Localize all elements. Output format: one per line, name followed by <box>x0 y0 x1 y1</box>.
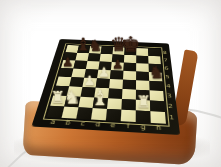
square-g2: ♜ <box>136 100 151 112</box>
file-label-h: h <box>151 124 167 133</box>
square-f5 <box>123 71 136 80</box>
file-label-c: c <box>74 120 90 129</box>
square-c1 <box>76 107 92 119</box>
dark-knight-piece: ♞ <box>88 38 102 53</box>
board-scene: ♝♞♛♚♟♟♟♞♟♜♞♝♜ abcdefgh 87654321 <box>47 16 173 142</box>
square-e6: ♟ <box>111 62 124 71</box>
square-g6 <box>136 63 149 72</box>
square-f1 <box>121 110 136 122</box>
rank-label-2: 2 <box>165 101 176 112</box>
file-label-d: d <box>90 120 106 129</box>
square-f8: ♚ <box>124 48 136 56</box>
square-f2 <box>121 99 136 110</box>
square-g4 <box>136 80 150 90</box>
square-e4 <box>109 79 123 89</box>
board-grid: ♝♞♛♚♟♟♟♞♟♜♞♝♜ <box>47 45 166 124</box>
square-h2 <box>150 100 165 112</box>
light-bishop-piece: ♝ <box>90 87 109 108</box>
light-knight-piece: ♞ <box>63 88 80 107</box>
square-g1 <box>136 110 151 122</box>
file-label-g: g <box>136 123 152 132</box>
square-b2: ♞ <box>64 96 80 107</box>
dark-pawn-piece: ♟ <box>112 58 123 71</box>
file-label-f: f <box>120 122 135 131</box>
square-d5: ♟ <box>97 70 111 79</box>
rank-label-4: 4 <box>163 82 173 92</box>
light-rook-piece: ♜ <box>136 94 151 111</box>
square-h1 <box>150 111 166 123</box>
square-a6: ♟ <box>61 60 75 69</box>
dark-king-piece: ♚ <box>121 34 140 55</box>
square-d2: ♝ <box>93 98 108 109</box>
square-e1 <box>106 109 122 121</box>
dark-pawn-piece: ♟ <box>62 56 73 69</box>
square-f3 <box>122 89 136 100</box>
light-pawn-piece: ♟ <box>98 66 110 79</box>
square-c8: ♞ <box>89 46 102 54</box>
rank-label-1: 1 <box>166 112 178 124</box>
rank-label-3: 3 <box>164 91 175 102</box>
square-h4 <box>149 81 163 91</box>
chess-set-photo: ♝♞♛♚♟♟♟♞♟♜♞♝♜ abcdefgh 87654321 <box>0 0 221 167</box>
dark-knight-piece: ♞ <box>148 64 163 81</box>
square-h5: ♞ <box>149 72 163 81</box>
square-b1 <box>62 107 79 119</box>
file-label-e: e <box>105 121 121 130</box>
light-rook-piece: ♜ <box>50 90 65 106</box>
square-d1 <box>91 108 107 120</box>
chess-board: ♝♞♛♚♟♟♟♞♟♜♞♝♜ abcdefgh 87654321 <box>31 39 180 135</box>
